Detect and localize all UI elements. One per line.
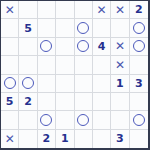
cell-r2c1[interactable] — [1, 19, 19, 37]
cell-r7c3[interactable] — [38, 111, 56, 129]
cell-r6c6[interactable] — [93, 93, 111, 111]
cell-r3c7[interactable]: ✕ — [111, 38, 129, 56]
cell-r3c3[interactable] — [38, 38, 56, 56]
cell-r2c4[interactable] — [56, 19, 74, 37]
clue-number: 5 — [6, 96, 14, 107]
safe-cross-mark: ✕ — [5, 132, 15, 144]
clue-number: 2 — [24, 96, 32, 107]
mine-circle — [40, 114, 52, 126]
cell-r5c5[interactable] — [75, 75, 93, 93]
cell-r7c2[interactable] — [19, 111, 37, 129]
cell-r1c8: 2 — [130, 1, 148, 19]
cell-r8c4: 1 — [56, 130, 74, 148]
cell-r7c6[interactable] — [93, 111, 111, 129]
cell-r8c3: 2 — [38, 130, 56, 148]
cell-r6c5[interactable] — [75, 93, 93, 111]
cell-r5c1[interactable] — [1, 75, 19, 93]
cell-r7c4[interactable] — [56, 111, 74, 129]
cell-r4c8[interactable] — [130, 56, 148, 74]
safe-cross-mark: ✕ — [97, 3, 107, 15]
clue-number: 4 — [98, 41, 106, 52]
mine-circle — [133, 114, 145, 126]
cell-r4c1[interactable] — [1, 56, 19, 74]
clue-number: 3 — [116, 133, 124, 144]
cell-r8c6[interactable] — [93, 130, 111, 148]
mine-circle — [4, 77, 16, 89]
cell-r4c3[interactable] — [38, 56, 56, 74]
cell-r6c2: 2 — [19, 93, 37, 111]
cell-r1c5[interactable] — [75, 1, 93, 19]
cell-r1c6[interactable]: ✕ — [93, 1, 111, 19]
cell-r2c5[interactable] — [75, 19, 93, 37]
cell-r1c2[interactable] — [19, 1, 37, 19]
cell-r2c8[interactable] — [130, 19, 148, 37]
cell-r5c4[interactable] — [56, 75, 74, 93]
cell-r6c4[interactable] — [56, 93, 74, 111]
cell-r8c2[interactable] — [19, 130, 37, 148]
clue-number: 5 — [24, 23, 32, 34]
cell-r1c1[interactable]: ✕ — [1, 1, 19, 19]
cell-r7c5[interactable] — [75, 111, 93, 129]
cell-r1c7[interactable]: ✕ — [111, 1, 129, 19]
cell-r4c5[interactable] — [75, 56, 93, 74]
mine-circle — [133, 40, 145, 52]
clue-number: 3 — [135, 78, 143, 89]
cell-r8c7: 3 — [111, 130, 129, 148]
cell-r7c8[interactable] — [130, 111, 148, 129]
cell-r4c6[interactable] — [93, 56, 111, 74]
cell-r2c2: 5 — [19, 19, 37, 37]
mine-circle — [40, 40, 52, 52]
cell-r3c5[interactable] — [75, 38, 93, 56]
cell-r3c8[interactable] — [130, 38, 148, 56]
cell-r6c8[interactable] — [130, 93, 148, 111]
cell-r8c8[interactable] — [130, 130, 148, 148]
clue-number: 1 — [61, 133, 69, 144]
cell-r4c7[interactable]: ✕ — [111, 56, 129, 74]
cell-r5c8: 3 — [130, 75, 148, 93]
cell-r8c5[interactable] — [75, 130, 93, 148]
cell-r3c4[interactable] — [56, 38, 74, 56]
cell-r3c1[interactable] — [1, 38, 19, 56]
safe-cross-mark: ✕ — [115, 40, 125, 52]
cell-r6c1: 5 — [1, 93, 19, 111]
cell-r5c7: 1 — [111, 75, 129, 93]
mine-circle — [77, 22, 89, 34]
mine-circle — [133, 22, 145, 34]
cell-r6c7[interactable] — [111, 93, 129, 111]
cell-r2c7[interactable] — [111, 19, 129, 37]
cell-r1c4[interactable] — [56, 1, 74, 19]
mine-circle — [77, 40, 89, 52]
cell-r2c6[interactable] — [93, 19, 111, 37]
clue-number: 2 — [135, 4, 143, 15]
cell-r4c2[interactable] — [19, 56, 37, 74]
cell-r3c6: 4 — [93, 38, 111, 56]
clue-number: 2 — [43, 133, 51, 144]
cell-r1c3[interactable] — [38, 1, 56, 19]
cell-r5c2[interactable] — [19, 75, 37, 93]
cell-r2c3[interactable] — [38, 19, 56, 37]
safe-cross-mark: ✕ — [5, 3, 15, 15]
cell-r3c2[interactable] — [19, 38, 37, 56]
mine-circle — [22, 77, 34, 89]
puzzle-grid: ✕✕✕254✕✕1352✕213 — [0, 0, 150, 150]
safe-cross-mark: ✕ — [115, 58, 125, 70]
cell-r7c7[interactable] — [111, 111, 129, 129]
cell-r7c1[interactable] — [1, 111, 19, 129]
safe-cross-mark: ✕ — [115, 3, 125, 15]
cell-r5c6[interactable] — [93, 75, 111, 93]
cell-r6c3[interactable] — [38, 93, 56, 111]
cell-r8c1[interactable]: ✕ — [1, 130, 19, 148]
cell-r4c4[interactable] — [56, 56, 74, 74]
mine-circle — [77, 114, 89, 126]
cell-r5c3[interactable] — [38, 75, 56, 93]
clue-number: 1 — [116, 78, 124, 89]
